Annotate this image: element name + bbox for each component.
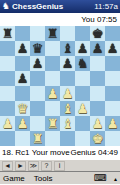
square-a3[interactable] <box>0 101 15 116</box>
square-c8[interactable] <box>30 26 45 41</box>
white-pawn-d4: ♟ <box>47 86 59 101</box>
white-pawn-f3: ♟ <box>77 101 89 116</box>
square-b3[interactable]: ♛ <box>15 101 30 116</box>
square-e6[interactable]: ♟ <box>60 56 75 71</box>
square-c1[interactable]: ♜ <box>30 131 45 146</box>
square-e4[interactable]: ♟ <box>60 86 75 101</box>
square-a7[interactable] <box>0 41 15 56</box>
chess-board[interactable]: ♜♜♚♟♛♝♟♟♟♟♟♞♟♟♟♛♝♟♟♟♜♝♟♟♜♚ <box>0 26 120 146</box>
white-pawn-g2: ♟ <box>92 116 104 131</box>
square-b6[interactable] <box>15 56 30 71</box>
square-a4[interactable] <box>0 86 15 101</box>
player-clock-genius: Genius 04:49 <box>70 148 118 157</box>
square-g2[interactable]: ♟ <box>90 116 105 131</box>
black-pawn-e6: ♟ <box>62 56 74 71</box>
square-g1[interactable]: ♚ <box>90 131 105 146</box>
toolbar: ◄►≫?i <box>0 159 120 171</box>
square-g5[interactable] <box>90 71 105 86</box>
black-queen-c7: ♛ <box>32 41 44 56</box>
square-f3[interactable]: ♟ <box>75 101 90 116</box>
square-h2[interactable]: ♟ <box>105 116 120 131</box>
app-title: ChessGenius <box>12 2 63 11</box>
black-pawn-c6: ♟ <box>32 56 44 71</box>
square-h4[interactable] <box>105 86 120 101</box>
square-h8[interactable] <box>105 26 120 41</box>
square-e5[interactable] <box>60 71 75 86</box>
square-a6[interactable] <box>0 56 15 71</box>
square-f6[interactable]: ♞ <box>75 56 90 71</box>
square-e8[interactable] <box>60 26 75 41</box>
square-d8[interactable]: ♜ <box>45 26 60 41</box>
square-b4[interactable] <box>15 86 30 101</box>
black-pawn-f7: ♟ <box>77 41 89 56</box>
white-king-g1: ♚ <box>92 131 104 146</box>
square-a5[interactable] <box>0 71 15 86</box>
square-a1[interactable] <box>0 131 15 146</box>
square-g6[interactable] <box>90 56 105 71</box>
last-move-text: 18. Rc1 Your move <box>2 148 70 157</box>
chessgenius-window: ♞ ChessGenius 11:57a You 07:55 ♜♜♚♟♛♝♟♟♟… <box>0 0 120 184</box>
square-c4[interactable] <box>30 86 45 101</box>
square-c2[interactable] <box>30 116 45 131</box>
square-c7[interactable]: ♛ <box>30 41 45 56</box>
square-a2[interactable]: ♟ <box>0 116 15 131</box>
square-d1[interactable] <box>45 131 60 146</box>
black-pawn-g7: ♟ <box>92 41 104 56</box>
white-bishop-e3: ♝ <box>62 101 74 116</box>
info-button[interactable]: i <box>54 161 65 171</box>
keyboard-icon[interactable]: ⌨ <box>94 172 107 185</box>
square-b8[interactable] <box>15 26 30 41</box>
white-pawn-h2: ♟ <box>107 116 119 131</box>
white-queen-b3: ♛ <box>17 101 29 116</box>
square-c6[interactable]: ♟ <box>30 56 45 71</box>
square-f4[interactable] <box>75 86 90 101</box>
white-pawn-b2: ♟ <box>17 116 29 131</box>
square-h7[interactable]: ♟ <box>105 41 120 56</box>
system-clock: 11:57a <box>94 2 118 11</box>
square-h3[interactable] <box>105 101 120 116</box>
square-f1[interactable] <box>75 131 90 146</box>
square-g7[interactable]: ♟ <box>90 41 105 56</box>
black-rook-d8: ♜ <box>47 26 59 41</box>
takeback-button[interactable]: ◄ <box>2 161 13 171</box>
square-c5[interactable] <box>30 71 45 86</box>
square-g8[interactable]: ♚ <box>90 26 105 41</box>
square-d6[interactable] <box>45 56 60 71</box>
square-f2[interactable] <box>75 116 90 131</box>
square-f8[interactable] <box>75 26 90 41</box>
square-d7[interactable] <box>45 41 60 56</box>
black-knight-f6: ♞ <box>77 56 89 71</box>
title-bar: ♞ ChessGenius 11:57a <box>0 0 120 13</box>
square-h6[interactable] <box>105 56 120 71</box>
sip-up-arrow-icon[interactable]: ▴ <box>114 175 117 182</box>
square-h5[interactable] <box>105 71 120 86</box>
move-status-bar: 18. Rc1 Your move Genius 04:49 <box>0 146 120 159</box>
white-rook-c1: ♜ <box>32 131 44 146</box>
hint-button[interactable]: ? <box>41 161 52 171</box>
square-g4[interactable] <box>90 86 105 101</box>
black-rook-a8: ♜ <box>2 26 14 41</box>
square-f5[interactable] <box>75 71 90 86</box>
black-king-g8: ♚ <box>92 26 104 41</box>
square-b2[interactable]: ♟ <box>15 116 30 131</box>
replay-button[interactable]: ► <box>15 161 26 171</box>
menu-game[interactable]: Game <box>3 174 25 183</box>
black-clock-strip: You 07:55 <box>0 13 120 26</box>
square-b5[interactable]: ♟ <box>15 71 30 86</box>
square-g3[interactable] <box>90 101 105 116</box>
move-now-button[interactable]: ≫ <box>28 161 39 171</box>
square-e3[interactable]: ♝ <box>60 101 75 116</box>
black-pawn-b7: ♟ <box>17 41 29 56</box>
square-e1[interactable] <box>60 131 75 146</box>
square-a8[interactable]: ♜ <box>0 26 15 41</box>
square-e7[interactable]: ♝ <box>60 41 75 56</box>
square-h1[interactable] <box>105 131 120 146</box>
square-b7[interactable]: ♟ <box>15 41 30 56</box>
app-knight-icon: ♞ <box>2 0 10 13</box>
white-bishop-e2: ♝ <box>62 116 74 131</box>
square-c3[interactable] <box>30 101 45 116</box>
square-d5[interactable] <box>45 71 60 86</box>
white-pawn-e4: ♟ <box>62 86 74 101</box>
square-d3[interactable] <box>45 101 60 116</box>
square-d2[interactable]: ♜ <box>45 116 60 131</box>
menu-bar: Game Tools ⌨ ▴ <box>0 171 120 184</box>
menu-tools[interactable]: Tools <box>34 174 53 183</box>
square-b1[interactable] <box>15 131 30 146</box>
white-pawn-a2: ♟ <box>2 116 14 131</box>
square-e2[interactable]: ♝ <box>60 116 75 131</box>
black-pawn-h7: ♟ <box>107 41 119 56</box>
square-d4[interactable]: ♟ <box>45 86 60 101</box>
white-rook-d2: ♜ <box>47 116 59 131</box>
square-f7[interactable]: ♟ <box>75 41 90 56</box>
black-bishop-e7: ♝ <box>62 41 74 56</box>
player-clock-you: You 07:55 <box>81 15 117 24</box>
black-pawn-b5: ♟ <box>17 71 29 86</box>
